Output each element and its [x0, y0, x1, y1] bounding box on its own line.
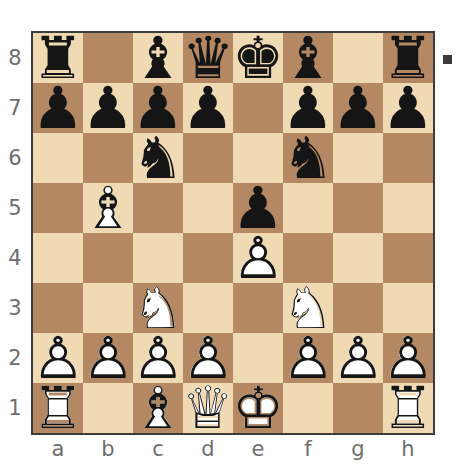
- square-d5[interactable]: [183, 183, 233, 233]
- square-f6[interactable]: ♞︎: [283, 133, 333, 183]
- file-label-b: b: [83, 436, 133, 462]
- white-piece-outline-layer: ♙︎: [83, 333, 133, 383]
- square-g6[interactable]: [333, 133, 383, 183]
- square-g5[interactable]: [333, 183, 383, 233]
- white-piece-outline-layer: ♖︎: [383, 383, 433, 433]
- square-d1[interactable]: ♛︎♕︎: [183, 383, 233, 433]
- square-h5[interactable]: [383, 183, 433, 233]
- square-d6[interactable]: [183, 133, 233, 183]
- file-labels: abcdefgh: [33, 436, 433, 462]
- piece-black-pawn[interactable]: ♟︎: [183, 83, 233, 133]
- piece-white-king[interactable]: ♚︎♔︎: [233, 383, 283, 433]
- square-a6[interactable]: [33, 133, 83, 183]
- white-piece-outline-layer: ♙︎: [283, 333, 333, 383]
- square-b7[interactable]: ♟︎: [83, 83, 133, 133]
- piece-white-queen[interactable]: ♛︎♕︎: [183, 383, 233, 433]
- file-label-e: e: [233, 436, 283, 462]
- square-d7[interactable]: ♟︎: [183, 83, 233, 133]
- square-h7[interactable]: ♟︎: [383, 83, 433, 133]
- file-label-f: f: [283, 436, 333, 462]
- square-e4[interactable]: ♟︎♙︎: [233, 233, 283, 283]
- square-e3[interactable]: [233, 283, 283, 333]
- square-d4[interactable]: [183, 233, 233, 283]
- board-grid: ♜︎♝︎♛︎♚︎♝︎♜︎♟︎♟︎♟︎♟︎♟︎♟︎♟︎♞︎♞︎♝︎♗︎♟︎♟︎♙︎…: [33, 33, 433, 433]
- piece-white-pawn[interactable]: ♟︎♙︎: [83, 333, 133, 383]
- square-a4[interactable]: [33, 233, 83, 283]
- square-f1[interactable]: [283, 383, 333, 433]
- rank-label-2: 2: [2, 333, 28, 383]
- square-g7[interactable]: ♟︎: [333, 83, 383, 133]
- chess-board: ♜︎♝︎♛︎♚︎♝︎♜︎♟︎♟︎♟︎♟︎♟︎♟︎♟︎♞︎♞︎♝︎♗︎♟︎♟︎♙︎…: [31, 31, 435, 435]
- square-e7[interactable]: [233, 83, 283, 133]
- square-h1[interactable]: ♜︎♖︎: [383, 383, 433, 433]
- square-b4[interactable]: [83, 233, 133, 283]
- white-piece-outline-layer: ♔︎: [233, 383, 283, 433]
- piece-white-rook[interactable]: ♜︎♖︎: [383, 383, 433, 433]
- square-f2[interactable]: ♟︎♙︎: [283, 333, 333, 383]
- square-e1[interactable]: ♚︎♔︎: [233, 383, 283, 433]
- square-a1[interactable]: ♜︎♖︎: [33, 383, 83, 433]
- white-piece-outline-layer: ♗︎: [83, 183, 133, 233]
- piece-white-bishop[interactable]: ♝︎♗︎: [133, 383, 183, 433]
- square-g2[interactable]: ♟︎♙︎: [333, 333, 383, 383]
- square-b5[interactable]: ♝︎♗︎: [83, 183, 133, 233]
- piece-white-pawn[interactable]: ♟︎♙︎: [333, 333, 383, 383]
- chess-app-page: { "game": "chess", "position": { "fen": …: [0, 0, 464, 464]
- file-label-c: c: [133, 436, 183, 462]
- side-to-move-indicator: [443, 55, 452, 64]
- white-piece-outline-layer: ♗︎: [133, 383, 183, 433]
- square-c5[interactable]: [133, 183, 183, 233]
- square-g4[interactable]: [333, 233, 383, 283]
- rank-label-6: 6: [2, 133, 28, 183]
- file-label-h: h: [383, 436, 433, 462]
- rank-label-3: 3: [2, 283, 28, 333]
- piece-white-rook[interactable]: ♜︎♖︎: [33, 383, 83, 433]
- white-piece-outline-layer: ♙︎: [233, 233, 283, 283]
- rank-label-4: 4: [2, 233, 28, 283]
- piece-black-pawn[interactable]: ♟︎: [383, 83, 433, 133]
- piece-black-pawn[interactable]: ♟︎: [33, 83, 83, 133]
- white-piece-outline-layer: ♕︎: [183, 383, 233, 433]
- rank-label-1: 1: [2, 383, 28, 433]
- piece-black-knight[interactable]: ♞︎: [283, 133, 333, 183]
- square-b1[interactable]: [83, 383, 133, 433]
- rank-label-8: 8: [2, 33, 28, 83]
- rank-label-7: 7: [2, 83, 28, 133]
- square-e8[interactable]: ♚︎: [233, 33, 283, 83]
- square-f5[interactable]: [283, 183, 333, 233]
- square-c1[interactable]: ♝︎♗︎: [133, 383, 183, 433]
- square-a5[interactable]: [33, 183, 83, 233]
- square-a7[interactable]: ♟︎: [33, 83, 83, 133]
- square-b2[interactable]: ♟︎♙︎: [83, 333, 133, 383]
- piece-white-pawn[interactable]: ♟︎♙︎: [233, 233, 283, 283]
- file-label-g: g: [333, 436, 383, 462]
- rank-label-5: 5: [2, 183, 28, 233]
- square-h6[interactable]: [383, 133, 433, 183]
- piece-black-pawn[interactable]: ♟︎: [333, 83, 383, 133]
- white-piece-outline-layer: ♖︎: [33, 383, 83, 433]
- piece-black-knight[interactable]: ♞︎: [133, 133, 183, 183]
- square-g1[interactable]: [333, 383, 383, 433]
- file-label-d: d: [183, 436, 233, 462]
- piece-black-pawn[interactable]: ♟︎: [83, 83, 133, 133]
- white-piece-outline-layer: ♙︎: [333, 333, 383, 383]
- piece-white-bishop[interactable]: ♝︎♗︎: [83, 183, 133, 233]
- square-h4[interactable]: [383, 233, 433, 283]
- square-c6[interactable]: ♞︎: [133, 133, 183, 183]
- piece-white-pawn[interactable]: ♟︎♙︎: [283, 333, 333, 383]
- rank-labels: 87654321: [2, 33, 28, 433]
- piece-black-king[interactable]: ♚︎: [233, 33, 283, 83]
- file-label-a: a: [33, 436, 83, 462]
